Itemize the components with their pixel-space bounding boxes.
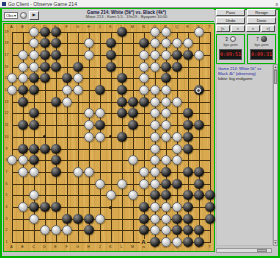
white-stone[interactable] xyxy=(62,225,72,235)
game-info-line2: Move 213 - Komi 5.5 - 19x19 - Byoyomi 10… xyxy=(39,15,214,20)
grid-line-v xyxy=(133,32,134,243)
coord-left: 9 xyxy=(3,147,11,151)
grid-line-h xyxy=(12,172,211,173)
coord-bottom: N xyxy=(140,245,148,249)
coord-top: Q xyxy=(173,25,181,29)
black-stone[interactable] xyxy=(172,214,182,224)
coord-bottom: A xyxy=(8,245,16,249)
black-stone[interactable] xyxy=(51,202,61,212)
white-stone[interactable] xyxy=(172,38,182,48)
coord-left: 10 xyxy=(3,135,11,139)
black-stone[interactable] xyxy=(205,190,215,200)
black-stone[interactable] xyxy=(161,73,171,83)
chevron-down-icon: ▾ xyxy=(14,13,16,18)
black-stone[interactable] xyxy=(40,27,50,37)
white-stone[interactable] xyxy=(150,97,160,107)
white-stone[interactable] xyxy=(29,27,39,37)
coord-bottom: L xyxy=(118,245,126,249)
white-stone[interactable] xyxy=(7,85,17,95)
coord-left: 13 xyxy=(3,100,11,104)
white-stone[interactable] xyxy=(18,73,28,83)
white-stone[interactable] xyxy=(161,27,171,37)
coord-bottom: E xyxy=(52,245,60,249)
white-stone[interactable] xyxy=(73,167,83,177)
black-stone[interactable] xyxy=(51,97,61,107)
white-stone[interactable] xyxy=(18,62,28,72)
white-stone[interactable] xyxy=(172,132,182,142)
coord-bottom: C xyxy=(30,245,38,249)
coord-bottom: F xyxy=(63,245,71,249)
coord-bottom: K xyxy=(107,245,115,249)
black-stone[interactable] xyxy=(40,73,50,83)
white-stone[interactable] xyxy=(106,190,116,200)
black-stone[interactable] xyxy=(84,225,94,235)
kibitz-area[interactable]: Game 214: White 5k* vsBlack 4k* (observi… xyxy=(216,64,273,246)
white-stone[interactable] xyxy=(150,132,160,142)
hscrollbar-thumb[interactable] xyxy=(257,249,267,252)
close-icon[interactable]: x xyxy=(276,1,279,7)
black-captures: 7 xyxy=(256,37,259,42)
coord-left: 19 xyxy=(3,30,11,34)
black-stone[interactable] xyxy=(62,214,72,224)
white-stone[interactable] xyxy=(18,50,28,60)
coord-bottom: G xyxy=(74,245,82,249)
coord-left: 5 xyxy=(3,193,11,197)
white-stone[interactable] xyxy=(95,179,105,189)
white-stone[interactable] xyxy=(84,120,94,130)
black-stone[interactable] xyxy=(106,62,116,72)
white-stone[interactable] xyxy=(194,50,204,60)
coord-left: 7 xyxy=(3,170,11,174)
black-stone[interactable] xyxy=(194,120,204,130)
black-stone[interactable] xyxy=(117,27,127,37)
black-player-panel: 7 byo-yomi 0:09:31 xyxy=(247,34,276,64)
white-stone[interactable] xyxy=(183,38,193,48)
black-stone[interactable] xyxy=(139,202,149,212)
black-stone[interactable] xyxy=(95,120,105,130)
white-stone[interactable] xyxy=(18,155,28,165)
black-clock: 0:09:31 xyxy=(250,49,273,60)
white-stone[interactable] xyxy=(139,73,149,83)
white-stone[interactable] xyxy=(62,85,72,95)
toolbar: Obs ▾ ▶ Game 214: White (5k*) vs. Black … xyxy=(2,9,214,22)
white-stone[interactable] xyxy=(128,190,138,200)
coord-top: J xyxy=(96,25,104,29)
white-stone[interactable] xyxy=(29,214,39,224)
white-player-panel: 3 byo-yomi 0:09:51 xyxy=(216,34,245,64)
black-stone[interactable] xyxy=(172,225,182,235)
black-stone[interactable] xyxy=(40,50,50,60)
window-title: Go Client - Observe Game 214 xyxy=(8,1,274,7)
coord-left: 4 xyxy=(3,205,11,209)
black-stone[interactable] xyxy=(183,144,193,154)
hoshi-point xyxy=(109,206,112,209)
black-stone[interactable] xyxy=(139,38,149,48)
app-icon xyxy=(2,2,6,6)
black-stone[interactable] xyxy=(29,202,39,212)
coord-left: 16 xyxy=(3,65,11,69)
side-panel: Pass Resign Undo Done |< < > >| 3 byo-yo… xyxy=(216,9,278,256)
black-stone[interactable] xyxy=(51,50,61,60)
white-stone[interactable] xyxy=(51,225,61,235)
black-stone[interactable] xyxy=(161,167,171,177)
black-stone[interactable] xyxy=(73,214,83,224)
white-stone[interactable] xyxy=(84,167,94,177)
white-stone[interactable] xyxy=(172,155,182,165)
white-stone[interactable] xyxy=(161,97,171,107)
black-stone[interactable] xyxy=(62,73,72,83)
mode-dropdown-value: Obs xyxy=(6,13,13,18)
black-stone[interactable] xyxy=(183,50,193,60)
white-stone[interactable] xyxy=(73,73,83,83)
letter-marker: A xyxy=(140,239,147,246)
white-stone[interactable] xyxy=(29,38,39,48)
white-stone[interactable] xyxy=(161,214,171,224)
scroll-down-icon[interactable]: ▼ xyxy=(274,240,277,245)
white-stone[interactable] xyxy=(139,85,149,95)
white-stone[interactable] xyxy=(150,38,160,48)
white-stone[interactable] xyxy=(172,202,182,212)
white-stone[interactable] xyxy=(18,167,28,177)
black-stone[interactable] xyxy=(117,108,127,118)
coord-bottom: H xyxy=(85,245,93,249)
black-stone[interactable] xyxy=(40,202,50,212)
black-stone[interactable] xyxy=(106,38,116,48)
coord-top: R xyxy=(184,25,192,29)
black-stone[interactable] xyxy=(29,108,39,118)
black-stone[interactable] xyxy=(161,190,171,200)
white-stone[interactable] xyxy=(161,50,171,60)
white-stone[interactable] xyxy=(172,97,182,107)
black-stone[interactable] xyxy=(183,132,193,142)
white-stone[interactable] xyxy=(150,62,160,72)
black-stone[interactable] xyxy=(150,237,160,247)
black-stone[interactable] xyxy=(172,62,182,72)
white-stone[interactable] xyxy=(95,108,105,118)
black-stone[interactable] xyxy=(161,62,171,72)
black-stone[interactable] xyxy=(29,120,39,130)
white-stone[interactable] xyxy=(161,85,171,95)
black-stone[interactable] xyxy=(194,179,204,189)
coord-top: H xyxy=(85,25,93,29)
white-stone[interactable] xyxy=(161,155,171,165)
coord-left: 2 xyxy=(3,228,11,232)
coord-bottom: M xyxy=(129,245,137,249)
white-stone[interactable] xyxy=(95,132,105,142)
coord-bottom: D xyxy=(41,245,49,249)
black-stone[interactable] xyxy=(183,120,193,130)
coord-top: N xyxy=(140,25,148,29)
black-stone[interactable] xyxy=(51,27,61,37)
black-stone[interactable] xyxy=(51,155,61,165)
white-stone[interactable] xyxy=(29,62,39,72)
black-stone[interactable] xyxy=(29,85,39,95)
white-stone[interactable] xyxy=(128,155,138,165)
white-stone[interactable] xyxy=(18,202,28,212)
coord-left: 12 xyxy=(3,111,11,115)
white-stone[interactable] xyxy=(150,85,160,95)
white-stone[interactable] xyxy=(139,167,149,177)
white-stone[interactable] xyxy=(29,190,39,200)
white-stone[interactable] xyxy=(139,179,149,189)
coord-top: B xyxy=(19,25,27,29)
black-stone[interactable] xyxy=(117,132,127,142)
black-stone[interactable] xyxy=(139,214,149,224)
nav-next-button[interactable]: > xyxy=(246,25,260,32)
black-stone[interactable] xyxy=(183,108,193,118)
black-stone[interactable] xyxy=(51,144,61,154)
coord-bottom: B xyxy=(19,245,27,249)
done-button[interactable]: Done xyxy=(247,17,276,24)
white-stone[interactable] xyxy=(7,155,17,165)
grid-line-v xyxy=(199,32,200,243)
white-stone[interactable] xyxy=(161,202,171,212)
black-stone[interactable] xyxy=(40,144,50,154)
white-stone[interactable] xyxy=(139,50,149,60)
white-stone[interactable] xyxy=(84,38,94,48)
black-stone[interactable] xyxy=(73,62,83,72)
coord-top: K xyxy=(107,25,115,29)
black-stone[interactable] xyxy=(183,167,193,177)
white-stone[interactable] xyxy=(84,132,94,142)
black-stone[interactable] xyxy=(117,85,127,95)
white-stone[interactable] xyxy=(7,73,17,83)
black-stone[interactable] xyxy=(183,190,193,200)
white-clock: 0:09:51 xyxy=(219,49,242,60)
white-stone-icon xyxy=(230,36,236,42)
white-stone[interactable] xyxy=(161,38,171,48)
white-stone[interactable] xyxy=(150,144,160,154)
white-stone[interactable] xyxy=(150,108,160,118)
kibitz-line: kibitz: big endgame xyxy=(218,76,271,81)
white-stone[interactable] xyxy=(161,225,171,235)
black-stone[interactable] xyxy=(139,97,149,107)
mode-dropdown[interactable]: Obs ▾ xyxy=(4,12,18,19)
last-move-marker xyxy=(196,88,201,93)
black-stone[interactable] xyxy=(194,225,204,235)
white-stone[interactable] xyxy=(150,202,160,212)
coord-left: 1 xyxy=(3,240,11,244)
coord-left: 17 xyxy=(3,53,11,57)
coord-top: A xyxy=(8,25,16,29)
coord-left: 11 xyxy=(3,123,11,127)
white-stone[interactable] xyxy=(150,167,160,177)
black-stone[interactable] xyxy=(18,97,28,107)
white-stone[interactable] xyxy=(161,132,171,142)
white-stone[interactable] xyxy=(95,214,105,224)
black-stone[interactable] xyxy=(18,85,28,95)
black-stone[interactable] xyxy=(183,225,193,235)
black-stone[interactable] xyxy=(51,62,61,72)
scrollbar-thumb[interactable] xyxy=(274,70,277,84)
white-stone[interactable] xyxy=(84,108,94,118)
black-stone[interactable] xyxy=(172,50,182,60)
white-stone[interactable] xyxy=(172,144,182,154)
white-stone[interactable] xyxy=(150,50,160,60)
coord-left: 6 xyxy=(3,182,11,186)
horizontal-scrollbar[interactable] xyxy=(216,248,272,253)
white-stone[interactable] xyxy=(84,50,94,60)
coord-left: 3 xyxy=(3,217,11,221)
white-stone[interactable] xyxy=(161,108,171,118)
kibitz-vertical-scrollbar[interactable]: ▲ ▼ xyxy=(273,64,278,246)
black-stone[interactable] xyxy=(139,225,149,235)
black-stone[interactable] xyxy=(183,237,193,247)
white-stone[interactable] xyxy=(150,27,160,37)
black-stone[interactable] xyxy=(40,62,50,72)
black-sub-label: byo-yomi xyxy=(248,43,275,48)
black-stone[interactable] xyxy=(205,214,215,224)
title-bar: Go Client - Observe Game 214 x xyxy=(0,0,280,8)
white-stone[interactable] xyxy=(29,50,39,60)
black-stone[interactable] xyxy=(194,167,204,177)
black-stone[interactable] xyxy=(117,73,127,83)
white-sub-label: byo-yomi xyxy=(217,43,244,48)
coord-top: F xyxy=(63,25,71,29)
black-stone[interactable] xyxy=(150,190,160,200)
black-stone[interactable] xyxy=(29,144,39,154)
white-captures: 3 xyxy=(225,37,228,42)
black-stone[interactable] xyxy=(161,179,171,189)
white-stone[interactable] xyxy=(62,97,72,107)
black-stone[interactable] xyxy=(183,214,193,224)
black-stone[interactable] xyxy=(205,202,215,212)
black-stone[interactable] xyxy=(51,38,61,48)
black-stone[interactable] xyxy=(128,108,138,118)
white-stone[interactable] xyxy=(161,120,171,130)
white-stone[interactable] xyxy=(172,237,182,247)
resign-button[interactable]: Resign xyxy=(247,9,276,16)
black-stone[interactable] xyxy=(29,73,39,83)
black-stone-icon xyxy=(261,36,267,42)
coord-bottom: T xyxy=(206,245,214,249)
black-stone[interactable] xyxy=(194,190,204,200)
white-stone[interactable] xyxy=(150,214,160,224)
go-board[interactable]: AA19BB18CC17DD16EE15FF14GG13HH12JJ11KK10… xyxy=(3,23,215,252)
black-stone[interactable] xyxy=(128,120,138,130)
white-stone[interactable] xyxy=(150,120,160,130)
white-stone[interactable] xyxy=(117,179,127,189)
black-stone[interactable] xyxy=(172,179,182,189)
nav-first-button[interactable]: |< xyxy=(216,25,230,32)
white-stone[interactable] xyxy=(29,167,39,177)
coord-left: 18 xyxy=(3,41,11,45)
black-stone[interactable] xyxy=(183,202,193,212)
stone-tool-icon[interactable] xyxy=(20,12,27,19)
black-stone[interactable] xyxy=(40,38,50,48)
black-stone[interactable] xyxy=(106,50,116,60)
undo-button[interactable]: Undo xyxy=(216,17,245,24)
coord-bottom: J xyxy=(96,245,104,249)
black-stone[interactable] xyxy=(18,120,28,130)
nav-last-button[interactable]: >| xyxy=(261,25,275,32)
black-stone[interactable] xyxy=(128,97,138,107)
white-stone[interactable] xyxy=(139,62,149,72)
black-stone[interactable] xyxy=(194,237,204,247)
white-stone[interactable] xyxy=(40,225,50,235)
white-stone[interactable] xyxy=(150,179,160,189)
pass-button[interactable]: Pass xyxy=(216,9,245,16)
black-stone[interactable] xyxy=(95,85,105,95)
white-stone[interactable] xyxy=(161,237,171,247)
coord-top: T xyxy=(206,25,214,29)
black-stone[interactable] xyxy=(117,97,127,107)
white-stone[interactable] xyxy=(150,225,160,235)
black-stone[interactable] xyxy=(84,214,94,224)
coord-top: M xyxy=(129,25,137,29)
nav-prev-button[interactable]: < xyxy=(231,25,245,32)
game-info: Game 214: White (5k*) vs. Black (4k*) Mo… xyxy=(39,10,214,20)
play-button[interactable]: ▶ xyxy=(29,11,39,20)
black-stone[interactable] xyxy=(51,167,61,177)
white-stone[interactable] xyxy=(73,85,83,95)
black-stone[interactable] xyxy=(18,144,28,154)
black-stone[interactable] xyxy=(29,155,39,165)
white-stone[interactable] xyxy=(150,155,160,165)
white-stone[interactable] xyxy=(194,27,204,37)
coord-top: G xyxy=(74,25,82,29)
